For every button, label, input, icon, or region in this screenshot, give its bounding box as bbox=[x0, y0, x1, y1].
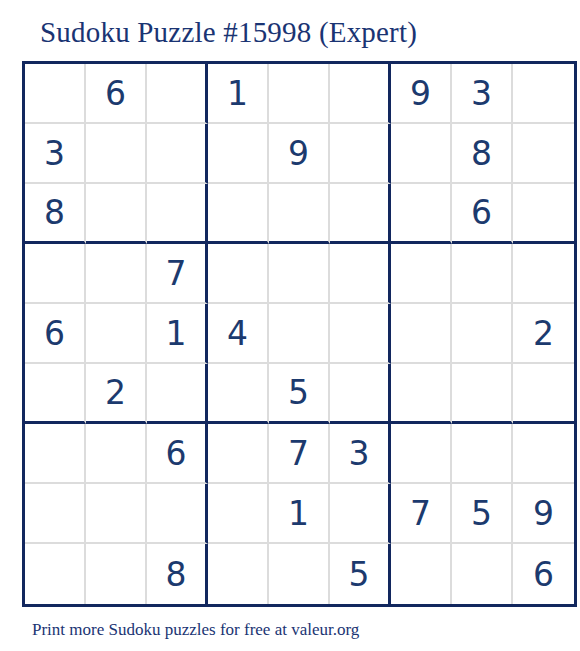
cell-r6c3 bbox=[147, 364, 208, 424]
cell-r2c3 bbox=[147, 124, 208, 184]
cell-r3c3 bbox=[147, 184, 208, 244]
cell-r8c9: 9 bbox=[513, 484, 574, 544]
cell-r3c9 bbox=[513, 184, 574, 244]
cell-r2c2 bbox=[86, 124, 147, 184]
cell-r8c1 bbox=[25, 484, 86, 544]
cell-r7c1 bbox=[25, 424, 86, 484]
cell-r7c2 bbox=[86, 424, 147, 484]
cell-r3c6 bbox=[330, 184, 391, 244]
cell-r8c6 bbox=[330, 484, 391, 544]
page: Sudoku Puzzle #15998 (Expert) 6193398867… bbox=[0, 16, 580, 651]
cell-r4c6 bbox=[330, 244, 391, 304]
cell-r1c5 bbox=[269, 64, 330, 124]
cell-r4c9 bbox=[513, 244, 574, 304]
cell-r9c8 bbox=[452, 544, 513, 604]
cell-r1c7: 9 bbox=[391, 64, 452, 124]
cell-r3c8: 6 bbox=[452, 184, 513, 244]
cell-r2c1: 3 bbox=[25, 124, 86, 184]
sudoku-grid: 61933988676142256731759856 bbox=[22, 61, 577, 607]
cell-r7c6: 3 bbox=[330, 424, 391, 484]
cell-r9c6: 5 bbox=[330, 544, 391, 604]
cell-r9c3: 8 bbox=[147, 544, 208, 604]
cell-r5c9: 2 bbox=[513, 304, 574, 364]
cell-r4c8 bbox=[452, 244, 513, 304]
cell-r9c9: 6 bbox=[513, 544, 574, 604]
cell-r2c8: 8 bbox=[452, 124, 513, 184]
cell-r6c9 bbox=[513, 364, 574, 424]
cell-r7c4 bbox=[208, 424, 269, 484]
cell-r7c3: 6 bbox=[147, 424, 208, 484]
cell-r5c1: 6 bbox=[25, 304, 86, 364]
cell-r1c2: 6 bbox=[86, 64, 147, 124]
cell-r6c1 bbox=[25, 364, 86, 424]
cell-r3c5 bbox=[269, 184, 330, 244]
cell-r9c5 bbox=[269, 544, 330, 604]
cell-r4c3: 7 bbox=[147, 244, 208, 304]
cell-r2c4 bbox=[208, 124, 269, 184]
cell-r8c8: 5 bbox=[452, 484, 513, 544]
cell-r1c8: 3 bbox=[452, 64, 513, 124]
cell-r2c6 bbox=[330, 124, 391, 184]
cell-r5c5 bbox=[269, 304, 330, 364]
cell-r5c2 bbox=[86, 304, 147, 364]
cell-r1c6 bbox=[330, 64, 391, 124]
cell-r8c2 bbox=[86, 484, 147, 544]
cell-r3c7 bbox=[391, 184, 452, 244]
cell-r8c5: 1 bbox=[269, 484, 330, 544]
cell-r4c4 bbox=[208, 244, 269, 304]
cell-r5c7 bbox=[391, 304, 452, 364]
cell-r7c8 bbox=[452, 424, 513, 484]
cell-r6c5: 5 bbox=[269, 364, 330, 424]
cell-r8c4 bbox=[208, 484, 269, 544]
cell-r1c9 bbox=[513, 64, 574, 124]
cell-r4c2 bbox=[86, 244, 147, 304]
cell-r7c5: 7 bbox=[269, 424, 330, 484]
cell-r5c4: 4 bbox=[208, 304, 269, 364]
cell-r6c2: 2 bbox=[86, 364, 147, 424]
cell-r9c1 bbox=[25, 544, 86, 604]
cell-r9c7 bbox=[391, 544, 452, 604]
cell-r1c1 bbox=[25, 64, 86, 124]
cell-r3c2 bbox=[86, 184, 147, 244]
cell-r5c3: 1 bbox=[147, 304, 208, 364]
cell-r6c7 bbox=[391, 364, 452, 424]
cell-r8c3 bbox=[147, 484, 208, 544]
cell-r9c4 bbox=[208, 544, 269, 604]
cell-r1c4: 1 bbox=[208, 64, 269, 124]
cell-r6c4 bbox=[208, 364, 269, 424]
cell-r2c7 bbox=[391, 124, 452, 184]
cell-r4c7 bbox=[391, 244, 452, 304]
cell-r7c7 bbox=[391, 424, 452, 484]
cell-r5c8 bbox=[452, 304, 513, 364]
cell-r4c5 bbox=[269, 244, 330, 304]
cell-r7c9 bbox=[513, 424, 574, 484]
cell-r2c9 bbox=[513, 124, 574, 184]
cell-r8c7: 7 bbox=[391, 484, 452, 544]
cell-r9c2 bbox=[86, 544, 147, 604]
cell-r2c5: 9 bbox=[269, 124, 330, 184]
cell-r4c1 bbox=[25, 244, 86, 304]
cell-r1c3 bbox=[147, 64, 208, 124]
footer-text: Print more Sudoku puzzles for free at va… bbox=[32, 620, 580, 640]
cell-r6c6 bbox=[330, 364, 391, 424]
cell-r6c8 bbox=[452, 364, 513, 424]
cell-r3c1: 8 bbox=[25, 184, 86, 244]
cell-r3c4 bbox=[208, 184, 269, 244]
cell-r5c6 bbox=[330, 304, 391, 364]
page-title: Sudoku Puzzle #15998 (Expert) bbox=[40, 16, 580, 49]
